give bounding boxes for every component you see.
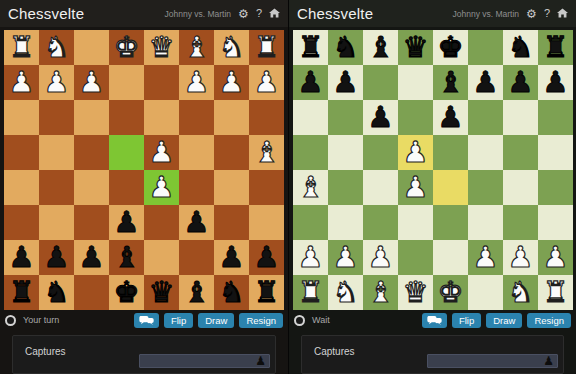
- square-c6[interactable]: ♟: [363, 100, 398, 135]
- square-e4[interactable]: [109, 135, 144, 170]
- square-a4[interactable]: ♝: [293, 170, 328, 205]
- draw-button[interactable]: Draw: [198, 313, 234, 328]
- square-h4[interactable]: [538, 170, 573, 205]
- players-label: Johnny vs. Martin: [452, 9, 519, 19]
- turn-status: Your turn: [23, 315, 129, 325]
- square-c4[interactable]: [363, 170, 398, 205]
- turn-indicator-icon: [5, 315, 16, 326]
- game-panel-white-view: Chessvelte Johnny vs. Martin ⚙ ? ♜♞♝♛♚♞♜…: [288, 0, 576, 374]
- square-a5[interactable]: [249, 170, 284, 205]
- piece-black-pawn: ♟: [9, 240, 35, 275]
- captures-panel: Captures ♟: [301, 335, 564, 374]
- square-c7[interactable]: [363, 65, 398, 100]
- square-a2[interactable]: ♟: [249, 65, 284, 100]
- square-g3[interactable]: [39, 100, 74, 135]
- help-icon[interactable]: ?: [256, 8, 262, 19]
- square-e5[interactable]: [109, 170, 144, 205]
- square-e3[interactable]: [433, 205, 468, 240]
- square-g6[interactable]: [503, 100, 538, 135]
- resign-button[interactable]: Resign: [527, 313, 571, 328]
- square-f4[interactable]: [468, 170, 503, 205]
- piece-black-pawn: ♟: [543, 65, 569, 100]
- piece-black-rook: ♜: [298, 30, 324, 65]
- piece-white-knight: ♞: [508, 275, 534, 310]
- piece-white-pawn: ♟: [254, 65, 280, 100]
- captured-pieces-tray: ♟: [139, 354, 270, 368]
- piece-white-rook: ♜: [543, 275, 569, 310]
- piece-black-rook: ♜: [254, 275, 280, 310]
- square-g4[interactable]: [39, 135, 74, 170]
- square-f1[interactable]: [468, 275, 503, 310]
- square-a1[interactable]: ♜: [293, 275, 328, 310]
- square-f3[interactable]: [74, 100, 109, 135]
- square-f8[interactable]: [468, 30, 503, 65]
- square-f6[interactable]: [468, 100, 503, 135]
- captured-black-pawn: ♟: [255, 355, 266, 367]
- square-d3[interactable]: [398, 205, 433, 240]
- draw-button[interactable]: Draw: [486, 313, 522, 328]
- square-f2[interactable]: ♟: [74, 65, 109, 100]
- square-e5[interactable]: [433, 135, 468, 170]
- flip-button[interactable]: Flip: [452, 313, 481, 328]
- square-h8[interactable]: ♜: [538, 30, 573, 65]
- square-d1[interactable]: ♛: [144, 30, 179, 65]
- square-f7[interactable]: ♟: [468, 65, 503, 100]
- captures-panel: Captures ♟: [12, 335, 276, 374]
- chat-button[interactable]: [422, 313, 447, 328]
- square-d4[interactable]: ♟: [398, 170, 433, 205]
- square-e7[interactable]: ♝: [433, 65, 468, 100]
- square-c8[interactable]: ♝: [363, 30, 398, 65]
- square-f8[interactable]: [74, 275, 109, 310]
- square-g5[interactable]: [39, 170, 74, 205]
- piece-white-bishop: ♝: [298, 170, 324, 205]
- piece-black-queen: ♛: [403, 30, 429, 65]
- chess-board[interactable]: ♜♞♝♛♚♞♜♟♟♝♟♟♟♟♟♟♝♟♟♟♟♟♟♟♜♞♝♛♚♞♜: [293, 30, 573, 310]
- piece-white-king: ♚: [114, 30, 140, 65]
- square-b1[interactable]: ♞: [328, 275, 363, 310]
- square-a5[interactable]: [293, 135, 328, 170]
- piece-black-rook: ♜: [9, 275, 35, 310]
- square-d2[interactable]: [398, 240, 433, 275]
- square-c5[interactable]: [363, 135, 398, 170]
- chess-board[interactable]: ♜♞♚♛♝♞♜♟♟♟♟♟♟♟♝♟♟♟♟♟♟♝♟♟♜♞♚♛♝♞♜: [4, 30, 284, 310]
- piece-white-knight: ♞: [333, 275, 359, 310]
- square-b8[interactable]: ♞: [214, 275, 249, 310]
- square-b7[interactable]: ♟: [328, 65, 363, 100]
- captured-black-pawn: ♟: [543, 355, 554, 367]
- square-h7[interactable]: ♟: [538, 65, 573, 100]
- piece-black-bishop: ♝: [184, 275, 210, 310]
- piece-white-rook: ♜: [9, 30, 35, 65]
- piece-white-pawn: ♟: [9, 65, 35, 100]
- piece-white-pawn: ♟: [403, 135, 429, 170]
- square-b1[interactable]: ♞: [214, 30, 249, 65]
- square-b2[interactable]: ♟: [214, 65, 249, 100]
- piece-black-queen: ♛: [149, 275, 175, 310]
- piece-black-bishop: ♝: [114, 240, 140, 275]
- square-a6[interactable]: [293, 100, 328, 135]
- piece-white-king: ♚: [438, 275, 464, 310]
- square-g7[interactable]: ♟: [503, 65, 538, 100]
- square-c2[interactable]: ♟: [363, 240, 398, 275]
- piece-white-pawn: ♟: [219, 65, 245, 100]
- chat-button[interactable]: [134, 313, 159, 328]
- piece-white-queen: ♛: [403, 275, 429, 310]
- piece-white-pawn: ♟: [333, 240, 359, 275]
- square-c3[interactable]: [363, 205, 398, 240]
- square-c8[interactable]: ♝: [179, 275, 214, 310]
- square-h1[interactable]: ♜: [538, 275, 573, 310]
- square-g3[interactable]: [503, 205, 538, 240]
- square-h7[interactable]: ♟: [4, 240, 39, 275]
- piece-black-pawn: ♟: [473, 65, 499, 100]
- status-bar: Your turn Flip Draw Resign: [0, 310, 288, 330]
- square-h3[interactable]: [538, 205, 573, 240]
- app-header: Chessvelte Johnny vs. Martin ⚙ ?: [289, 0, 576, 27]
- square-e1[interactable]: ♚: [433, 275, 468, 310]
- captures-label: Captures: [25, 346, 66, 357]
- square-d5[interactable]: ♟: [144, 170, 179, 205]
- square-f6[interactable]: [74, 205, 109, 240]
- square-f1[interactable]: [74, 30, 109, 65]
- square-d2[interactable]: [144, 65, 179, 100]
- square-h3[interactable]: [4, 100, 39, 135]
- square-c3[interactable]: [179, 100, 214, 135]
- piece-white-rook: ♜: [254, 30, 280, 65]
- square-f7[interactable]: ♟: [74, 240, 109, 275]
- square-d6[interactable]: [144, 205, 179, 240]
- piece-black-pawn: ♟: [184, 205, 210, 240]
- square-g1[interactable]: ♞: [39, 30, 74, 65]
- square-g2[interactable]: ♟: [39, 65, 74, 100]
- turn-indicator-icon: [294, 315, 305, 326]
- square-c6[interactable]: ♟: [179, 205, 214, 240]
- piece-black-king: ♚: [438, 30, 464, 65]
- square-b8[interactable]: ♞: [328, 30, 363, 65]
- home-icon[interactable]: [557, 8, 568, 20]
- square-a8[interactable]: ♜: [293, 30, 328, 65]
- square-c5[interactable]: [179, 170, 214, 205]
- piece-black-pawn: ♟: [438, 100, 464, 135]
- square-f2[interactable]: ♟: [468, 240, 503, 275]
- square-d5[interactable]: ♟: [398, 135, 433, 170]
- square-f3[interactable]: [468, 205, 503, 240]
- square-g4[interactable]: [503, 170, 538, 205]
- piece-black-knight: ♞: [333, 30, 359, 65]
- app-header: Chessvelte Johnny vs. Martin ⚙ ?: [0, 0, 288, 27]
- piece-black-bishop: ♝: [438, 65, 464, 100]
- piece-white-pawn: ♟: [79, 65, 105, 100]
- captured-pieces-tray: ♟: [427, 354, 558, 368]
- square-a7[interactable]: ♟: [249, 240, 284, 275]
- square-c1[interactable]: ♝: [363, 275, 398, 310]
- square-c2[interactable]: ♟: [179, 65, 214, 100]
- square-b4[interactable]: [214, 135, 249, 170]
- piece-white-queen: ♛: [149, 30, 175, 65]
- piece-white-bishop: ♝: [184, 30, 210, 65]
- square-b5[interactable]: [328, 135, 363, 170]
- settings-gear-icon[interactable]: ⚙: [526, 8, 537, 20]
- square-h1[interactable]: ♜: [4, 30, 39, 65]
- piece-black-pawn: ♟: [368, 100, 394, 135]
- captures-label: Captures: [314, 346, 355, 357]
- piece-white-knight: ♞: [219, 30, 245, 65]
- turn-status: Wait: [312, 315, 417, 325]
- square-d4[interactable]: ♟: [144, 135, 179, 170]
- square-a6[interactable]: [249, 205, 284, 240]
- square-b4[interactable]: [328, 170, 363, 205]
- app-title: Chessvelte: [297, 5, 373, 22]
- resign-button[interactable]: Resign: [239, 313, 283, 328]
- square-c1[interactable]: ♝: [179, 30, 214, 65]
- square-g7[interactable]: ♟: [39, 240, 74, 275]
- square-f4[interactable]: [74, 135, 109, 170]
- square-d3[interactable]: [144, 100, 179, 135]
- square-d6[interactable]: [398, 100, 433, 135]
- square-d7[interactable]: [144, 240, 179, 275]
- flip-button[interactable]: Flip: [164, 313, 193, 328]
- help-icon[interactable]: ?: [544, 8, 550, 19]
- piece-white-pawn: ♟: [298, 240, 324, 275]
- piece-white-pawn: ♟: [184, 65, 210, 100]
- piece-black-pawn: ♟: [508, 65, 534, 100]
- square-a8[interactable]: ♜: [249, 275, 284, 310]
- square-g8[interactable]: ♞: [39, 275, 74, 310]
- square-e7[interactable]: ♝: [109, 240, 144, 275]
- piece-black-knight: ♞: [219, 275, 245, 310]
- square-c4[interactable]: [179, 135, 214, 170]
- square-a3[interactable]: [293, 205, 328, 240]
- piece-black-pawn: ♟: [79, 240, 105, 275]
- square-g2[interactable]: ♟: [503, 240, 538, 275]
- square-e8[interactable]: ♚: [109, 275, 144, 310]
- square-b2[interactable]: ♟: [328, 240, 363, 275]
- square-h4[interactable]: [4, 135, 39, 170]
- square-b6[interactable]: [214, 205, 249, 240]
- square-a7[interactable]: ♟: [293, 65, 328, 100]
- piece-white-pawn: ♟: [149, 170, 175, 205]
- status-bar: Wait Flip Draw Resign: [289, 310, 576, 330]
- square-e1[interactable]: ♚: [109, 30, 144, 65]
- square-g8[interactable]: ♞: [503, 30, 538, 65]
- game-panel-black-view: Chessvelte Johnny vs. Martin ⚙ ? ♜♞♚♛♝♞♜…: [0, 0, 288, 374]
- piece-black-pawn: ♟: [298, 65, 324, 100]
- square-a3[interactable]: [249, 100, 284, 135]
- piece-black-pawn: ♟: [254, 240, 280, 275]
- piece-white-knight: ♞: [44, 30, 70, 65]
- square-a1[interactable]: ♜: [249, 30, 284, 65]
- piece-black-pawn: ♟: [219, 240, 245, 275]
- square-g1[interactable]: ♞: [503, 275, 538, 310]
- piece-black-pawn: ♟: [44, 240, 70, 275]
- piece-white-pawn: ♟: [44, 65, 70, 100]
- square-e2[interactable]: [433, 240, 468, 275]
- piece-black-pawn: ♟: [114, 205, 140, 240]
- square-d8[interactable]: ♛: [144, 275, 179, 310]
- square-e2[interactable]: [109, 65, 144, 100]
- square-h2[interactable]: ♟: [538, 240, 573, 275]
- players-label: Johnny vs. Martin: [164, 9, 231, 19]
- square-h2[interactable]: ♟: [4, 65, 39, 100]
- piece-white-pawn: ♟: [473, 240, 499, 275]
- square-b3[interactable]: [328, 205, 363, 240]
- square-c7[interactable]: [179, 240, 214, 275]
- square-a2[interactable]: ♟: [293, 240, 328, 275]
- home-icon[interactable]: [269, 8, 280, 20]
- square-g5[interactable]: [503, 135, 538, 170]
- piece-white-rook: ♜: [298, 275, 324, 310]
- square-h5[interactable]: [4, 170, 39, 205]
- piece-white-bishop: ♝: [254, 135, 280, 170]
- piece-white-bishop: ♝: [368, 275, 394, 310]
- piece-white-pawn: ♟: [403, 170, 429, 205]
- piece-white-pawn: ♟: [508, 240, 534, 275]
- square-e6[interactable]: ♟: [433, 100, 468, 135]
- app-title: Chessvelte: [8, 5, 84, 22]
- square-h8[interactable]: ♜: [4, 275, 39, 310]
- square-f5[interactable]: [468, 135, 503, 170]
- square-d1[interactable]: ♛: [398, 275, 433, 310]
- settings-gear-icon[interactable]: ⚙: [238, 8, 249, 20]
- square-b7[interactable]: ♟: [214, 240, 249, 275]
- piece-white-pawn: ♟: [543, 240, 569, 275]
- piece-black-pawn: ♟: [333, 65, 359, 100]
- piece-black-knight: ♞: [508, 30, 534, 65]
- piece-black-bishop: ♝: [368, 30, 394, 65]
- square-d7[interactable]: [398, 65, 433, 100]
- square-h5[interactable]: [538, 135, 573, 170]
- square-h6[interactable]: [538, 100, 573, 135]
- piece-white-pawn: ♟: [368, 240, 394, 275]
- square-b6[interactable]: [328, 100, 363, 135]
- square-e8[interactable]: ♚: [433, 30, 468, 65]
- piece-black-rook: ♜: [543, 30, 569, 65]
- piece-black-knight: ♞: [44, 275, 70, 310]
- square-e4[interactable]: [433, 170, 468, 205]
- square-h6[interactable]: [4, 205, 39, 240]
- square-d8[interactable]: ♛: [398, 30, 433, 65]
- square-a4[interactable]: ♝: [249, 135, 284, 170]
- square-b5[interactable]: [214, 170, 249, 205]
- square-e3[interactable]: [109, 100, 144, 135]
- square-g6[interactable]: [39, 205, 74, 240]
- square-b3[interactable]: [214, 100, 249, 135]
- square-e6[interactable]: ♟: [109, 205, 144, 240]
- piece-black-king: ♚: [114, 275, 140, 310]
- piece-white-pawn: ♟: [149, 135, 175, 170]
- square-f5[interactable]: [74, 170, 109, 205]
